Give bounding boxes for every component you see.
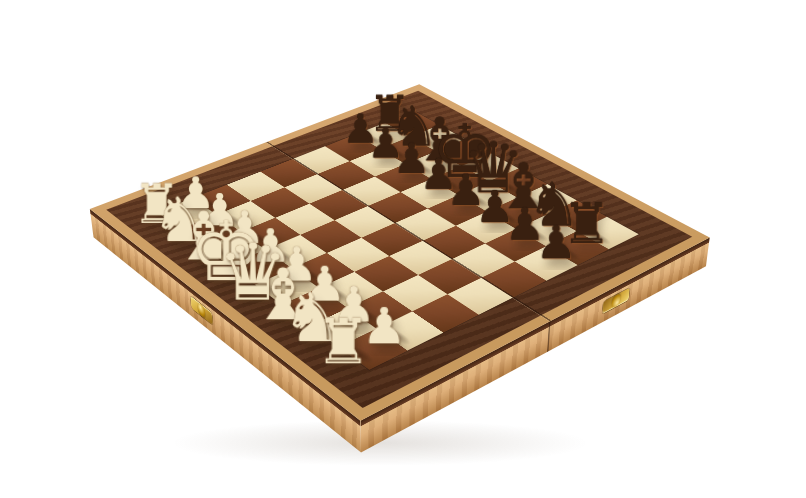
latch-knob bbox=[611, 292, 621, 309]
product-photo: ♜♞♝♚♛♝♞♜♟♟♟♟♟♟♟♟♟♟♟♟♟♟♟♟♜♞♝♚♛♝♞♜ bbox=[0, 0, 806, 498]
folding-chess-box: ♜♞♝♚♛♝♞♜♟♟♟♟♟♟♟♟♟♟♟♟♟♟♟♟♜♞♝♚♛♝♞♜ bbox=[90, 84, 710, 421]
piece-bP-a7: ♟ bbox=[536, 220, 577, 264]
piece-wR-a1: ♜ bbox=[315, 312, 371, 371]
brass-latch-right-icon bbox=[602, 286, 630, 316]
walnut-frame: ♜♞♝♚♛♝♞♜♟♟♟♟♟♟♟♟♟♟♟♟♟♟♟♟♜♞♝♚♛♝♞♜ bbox=[106, 91, 692, 408]
fold-gap bbox=[547, 321, 550, 352]
scene: ♜♞♝♚♛♝♞♜♟♟♟♟♟♟♟♟♟♟♟♟♟♟♟♟♜♞♝♚♛♝♞♜ bbox=[0, 0, 806, 498]
square-a2: ♟ bbox=[376, 311, 443, 350]
latch-plate bbox=[602, 288, 629, 314]
latch-knob bbox=[198, 302, 206, 320]
square-a8: ♜ bbox=[577, 217, 638, 249]
